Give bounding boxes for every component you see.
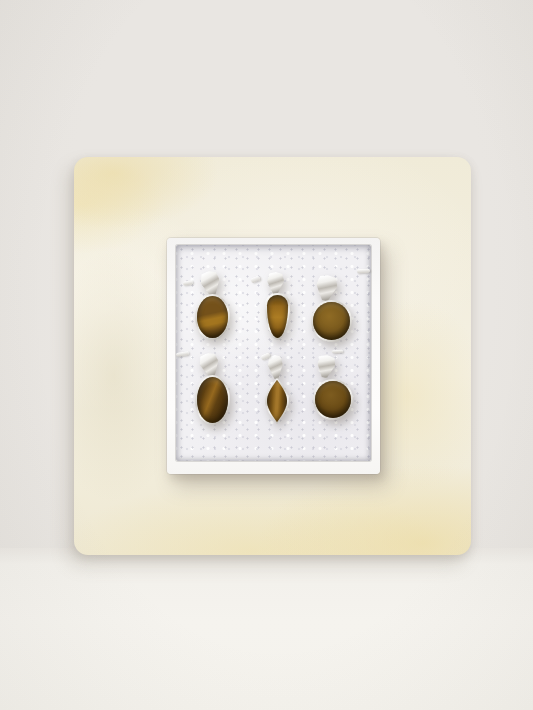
white-board-surface <box>0 548 533 710</box>
silver-bezel <box>311 300 352 342</box>
jewelry-product-photo <box>0 0 533 710</box>
tigers-eye-stone <box>197 377 228 423</box>
mounting-pin <box>332 350 343 354</box>
silver-bezel <box>313 379 353 420</box>
tigers-eye-stone <box>313 302 350 340</box>
tigers-eye-stone <box>267 295 288 338</box>
silver-bezel <box>195 294 230 340</box>
silver-bezel <box>195 375 230 425</box>
tigers-eye-stone <box>315 381 351 418</box>
tigers-eye-stone <box>197 296 228 338</box>
